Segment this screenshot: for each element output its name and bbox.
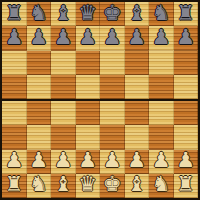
black-pawn[interactable]: ♟ [54,27,73,48]
square-c1[interactable]: ♝ [51,174,76,198]
square-a5[interactable] [2,75,27,99]
black-pawn[interactable]: ♟ [29,27,48,48]
square-e6[interactable] [100,51,125,75]
square-b3[interactable] [27,125,52,149]
square-h2[interactable]: ♟ [174,150,199,174]
white-knight[interactable]: ♞ [152,174,171,195]
square-e1[interactable]: ♚ [100,174,125,198]
square-b2[interactable]: ♟ [27,150,52,174]
square-d3[interactable] [76,125,101,149]
square-b4[interactable] [27,101,52,125]
black-rook[interactable]: ♜ [5,3,24,24]
square-c4[interactable] [51,101,76,125]
white-pawn[interactable]: ♟ [152,150,171,171]
square-b8[interactable]: ♞ [27,2,52,26]
black-pawn[interactable]: ♟ [103,27,122,48]
square-c8[interactable]: ♝ [51,2,76,26]
square-a3[interactable] [2,125,27,149]
white-pawn[interactable]: ♟ [127,150,146,171]
square-e7[interactable]: ♟ [100,26,125,50]
square-d5[interactable] [76,75,101,99]
board-ranks-4-to-1: ♟♟♟♟♟♟♟♟♜♞♝♛♚♝♞♜ [2,101,198,198]
square-g4[interactable] [149,101,174,125]
square-f2[interactable]: ♟ [125,150,150,174]
white-rook[interactable]: ♜ [176,174,195,195]
square-d2[interactable]: ♟ [76,150,101,174]
white-pawn[interactable]: ♟ [78,150,97,171]
square-g5[interactable] [149,75,174,99]
square-g8[interactable]: ♞ [149,2,174,26]
white-pawn[interactable]: ♟ [29,150,48,171]
chess-board: ♜♞♝♛♚♝♞♜♟♟♟♟♟♟♟♟ ♟♟♟♟♟♟♟♟♜♞♝♛♚♝♞♜ [0,0,200,200]
black-pawn[interactable]: ♟ [127,27,146,48]
square-f8[interactable]: ♝ [125,2,150,26]
black-pawn[interactable]: ♟ [176,27,195,48]
square-b5[interactable] [27,75,52,99]
white-bishop[interactable]: ♝ [54,174,73,195]
square-a7[interactable]: ♟ [2,26,27,50]
white-knight[interactable]: ♞ [29,174,48,195]
square-h1[interactable]: ♜ [174,174,199,198]
black-rook[interactable]: ♜ [176,3,195,24]
square-a8[interactable]: ♜ [2,2,27,26]
square-e5[interactable] [100,75,125,99]
white-king[interactable]: ♚ [103,174,122,195]
square-g2[interactable]: ♟ [149,150,174,174]
square-h4[interactable] [174,101,199,125]
white-bishop[interactable]: ♝ [127,174,146,195]
white-rook[interactable]: ♜ [5,174,24,195]
square-e8[interactable]: ♚ [100,2,125,26]
white-pawn[interactable]: ♟ [176,150,195,171]
square-d6[interactable] [76,51,101,75]
square-h6[interactable] [174,51,199,75]
white-pawn[interactable]: ♟ [103,150,122,171]
square-g1[interactable]: ♞ [149,174,174,198]
square-h7[interactable]: ♟ [174,26,199,50]
square-c5[interactable] [51,75,76,99]
square-e4[interactable] [100,101,125,125]
square-d1[interactable]: ♛ [76,174,101,198]
square-g6[interactable] [149,51,174,75]
square-e3[interactable] [100,125,125,149]
square-b7[interactable]: ♟ [27,26,52,50]
square-c2[interactable]: ♟ [51,150,76,174]
black-queen[interactable]: ♛ [78,3,97,24]
square-f7[interactable]: ♟ [125,26,150,50]
square-c7[interactable]: ♟ [51,26,76,50]
square-a4[interactable] [2,101,27,125]
square-a1[interactable]: ♜ [2,174,27,198]
square-b1[interactable]: ♞ [27,174,52,198]
black-knight[interactable]: ♞ [152,3,171,24]
square-c3[interactable] [51,125,76,149]
square-d4[interactable] [76,101,101,125]
white-pawn[interactable]: ♟ [54,150,73,171]
square-c6[interactable] [51,51,76,75]
board-ranks-8-to-5: ♜♞♝♛♚♝♞♜♟♟♟♟♟♟♟♟ [2,2,198,99]
square-f4[interactable] [125,101,150,125]
black-king[interactable]: ♚ [103,3,122,24]
white-pawn[interactable]: ♟ [5,150,24,171]
square-d8[interactable]: ♛ [76,2,101,26]
square-f1[interactable]: ♝ [125,174,150,198]
square-e2[interactable]: ♟ [100,150,125,174]
square-b6[interactable] [27,51,52,75]
square-f6[interactable] [125,51,150,75]
square-a6[interactable] [2,51,27,75]
square-f3[interactable] [125,125,150,149]
square-g7[interactable]: ♟ [149,26,174,50]
square-d7[interactable]: ♟ [76,26,101,50]
black-pawn[interactable]: ♟ [152,27,171,48]
black-bishop[interactable]: ♝ [127,3,146,24]
black-pawn[interactable]: ♟ [5,27,24,48]
square-a2[interactable]: ♟ [2,150,27,174]
black-knight[interactable]: ♞ [29,3,48,24]
white-queen[interactable]: ♛ [78,174,97,195]
square-h3[interactable] [174,125,199,149]
square-f5[interactable] [125,75,150,99]
black-pawn[interactable]: ♟ [78,27,97,48]
square-h5[interactable] [174,75,199,99]
square-g3[interactable] [149,125,174,149]
square-h8[interactable]: ♜ [174,2,199,26]
black-bishop[interactable]: ♝ [54,3,73,24]
